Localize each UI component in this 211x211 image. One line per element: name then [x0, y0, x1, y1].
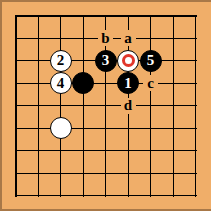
black-stone-1: 1 — [117, 72, 139, 94]
grid-line-horizontal — [15, 195, 197, 196]
grid-line-horizontal — [15, 150, 197, 151]
black-stone-5: 5 — [140, 50, 162, 72]
stone-move-number: 5 — [147, 53, 155, 68]
board-frame-bottom — [0, 209, 211, 211]
point-label-d: d — [121, 98, 136, 114]
grid-line-vertical — [173, 15, 174, 197]
grid-line-vertical — [150, 15, 151, 197]
point-label-c: c — [143, 75, 158, 91]
point-label-b: b — [98, 30, 113, 46]
stone-move-number: 2 — [57, 53, 65, 68]
stone-move-number: 4 — [57, 76, 65, 91]
grid-line-horizontal — [15, 105, 197, 106]
point-label-a: a — [121, 30, 136, 46]
stone-move-number: 1 — [124, 76, 132, 91]
black-stone — [72, 72, 94, 94]
white-stone-4: 4 — [50, 72, 72, 94]
grid-line-horizontal — [15, 128, 197, 129]
white-stone — [50, 117, 72, 139]
stone-move-number: 3 — [102, 53, 110, 68]
grid-line-horizontal — [15, 173, 197, 174]
board-frame-left — [0, 0, 2, 211]
circle-mark-icon — [122, 54, 135, 67]
go-diagram: 24351bacd — [0, 0, 211, 211]
grid-line-vertical — [195, 15, 196, 197]
marked-white-stone — [117, 50, 139, 72]
white-stone-2: 2 — [50, 50, 72, 72]
board-frame-top — [0, 0, 211, 2]
black-stone-3: 3 — [95, 50, 117, 72]
